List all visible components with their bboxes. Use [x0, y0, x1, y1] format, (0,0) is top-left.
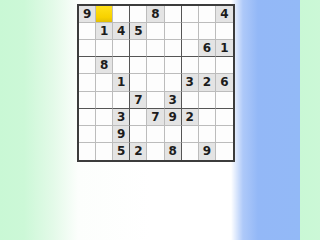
cell-r4c2[interactable]: 8 [96, 57, 113, 74]
cell-r2c1[interactable] [79, 23, 96, 40]
cell-r1c4[interactable] [130, 6, 147, 23]
cell-r5c8[interactable]: 2 [199, 74, 216, 91]
cell-r1c3[interactable] [113, 6, 130, 23]
cell-r4c8[interactable] [199, 57, 216, 74]
cell-r6c4[interactable]: 7 [130, 92, 147, 109]
cell-r4c3[interactable] [113, 57, 130, 74]
cell-r6c3[interactable] [113, 92, 130, 109]
cell-r4c1[interactable] [79, 57, 96, 74]
cell-r3c5[interactable] [147, 40, 164, 57]
cell-r6c1[interactable] [79, 92, 96, 109]
cell-r3c6[interactable] [165, 40, 182, 57]
cell-r8c2[interactable] [96, 126, 113, 143]
cell-r9c6[interactable]: 8 [165, 143, 182, 160]
cell-r6c5[interactable] [147, 92, 164, 109]
cell-r7c1[interactable] [79, 109, 96, 126]
cell-r1c5[interactable]: 8 [147, 6, 164, 23]
cell-r5c1[interactable] [79, 74, 96, 91]
cell-r5c6[interactable] [165, 74, 182, 91]
cell-r2c2[interactable]: 1 [96, 23, 113, 40]
cell-r9c9[interactable] [216, 143, 233, 160]
cell-r5c5[interactable] [147, 74, 164, 91]
cell-r5c2[interactable] [96, 74, 113, 91]
cell-r2c6[interactable] [165, 23, 182, 40]
cell-r3c8[interactable]: 6 [199, 40, 216, 57]
cell-r2c5[interactable] [147, 23, 164, 40]
cell-r9c1[interactable] [79, 143, 96, 160]
cell-r1c6[interactable] [165, 6, 182, 23]
cell-r8c7[interactable] [182, 126, 199, 143]
cell-r4c7[interactable] [182, 57, 199, 74]
cell-r8c5[interactable] [147, 126, 164, 143]
cell-r5c7[interactable]: 3 [182, 74, 199, 91]
cell-r2c8[interactable] [199, 23, 216, 40]
cell-r9c5[interactable] [147, 143, 164, 160]
cell-r4c6[interactable] [165, 57, 182, 74]
cell-r2c9[interactable] [216, 23, 233, 40]
cell-r6c2[interactable] [96, 92, 113, 109]
cell-r7c7[interactable]: 2 [182, 109, 199, 126]
cell-r8c4[interactable] [130, 126, 147, 143]
cell-r3c9[interactable]: 1 [216, 40, 233, 57]
cell-r8c9[interactable] [216, 126, 233, 143]
cell-r9c3[interactable]: 5 [113, 143, 130, 160]
cell-r2c3[interactable]: 4 [113, 23, 130, 40]
cell-r7c3[interactable]: 3 [113, 109, 130, 126]
cell-r1c1[interactable]: 9 [79, 6, 96, 23]
cell-r7c8[interactable] [199, 109, 216, 126]
cell-r1c7[interactable] [182, 6, 199, 23]
cell-r3c4[interactable] [130, 40, 147, 57]
cell-r2c4[interactable]: 5 [130, 23, 147, 40]
cell-r7c5[interactable]: 7 [147, 109, 164, 126]
cell-r8c6[interactable] [165, 126, 182, 143]
cell-r9c2[interactable] [96, 143, 113, 160]
cell-r3c1[interactable] [79, 40, 96, 57]
cell-r3c7[interactable] [182, 40, 199, 57]
cell-r5c4[interactable] [130, 74, 147, 91]
cell-r3c2[interactable] [96, 40, 113, 57]
cell-r6c8[interactable] [199, 92, 216, 109]
cell-r1c9[interactable]: 4 [216, 6, 233, 23]
cell-r4c4[interactable] [130, 57, 147, 74]
cell-r4c9[interactable] [216, 57, 233, 74]
cell-r6c7[interactable] [182, 92, 199, 109]
cell-r1c2[interactable] [96, 6, 113, 23]
sudoku-board: 984145618132673379295289 [77, 4, 235, 162]
cell-r8c8[interactable] [199, 126, 216, 143]
cell-r9c7[interactable] [182, 143, 199, 160]
cell-r2c7[interactable] [182, 23, 199, 40]
cell-r9c8[interactable]: 9 [199, 143, 216, 160]
cell-r7c9[interactable] [216, 109, 233, 126]
cell-r8c1[interactable] [79, 126, 96, 143]
cell-r4c5[interactable] [147, 57, 164, 74]
cell-r6c6[interactable]: 3 [165, 92, 182, 109]
cell-r8c3[interactable]: 9 [113, 126, 130, 143]
cell-r3c3[interactable] [113, 40, 130, 57]
cell-r1c8[interactable] [199, 6, 216, 23]
cell-r6c9[interactable] [216, 92, 233, 109]
cell-r5c9[interactable]: 6 [216, 74, 233, 91]
cell-r5c3[interactable]: 1 [113, 74, 130, 91]
page-background: { "game": "sudoku", "position": "9000800… [0, 0, 300, 168]
cell-r7c4[interactable] [130, 109, 147, 126]
cell-r9c4[interactable]: 2 [130, 143, 147, 160]
cell-r7c2[interactable] [96, 109, 113, 126]
cell-r7c6[interactable]: 9 [165, 109, 182, 126]
